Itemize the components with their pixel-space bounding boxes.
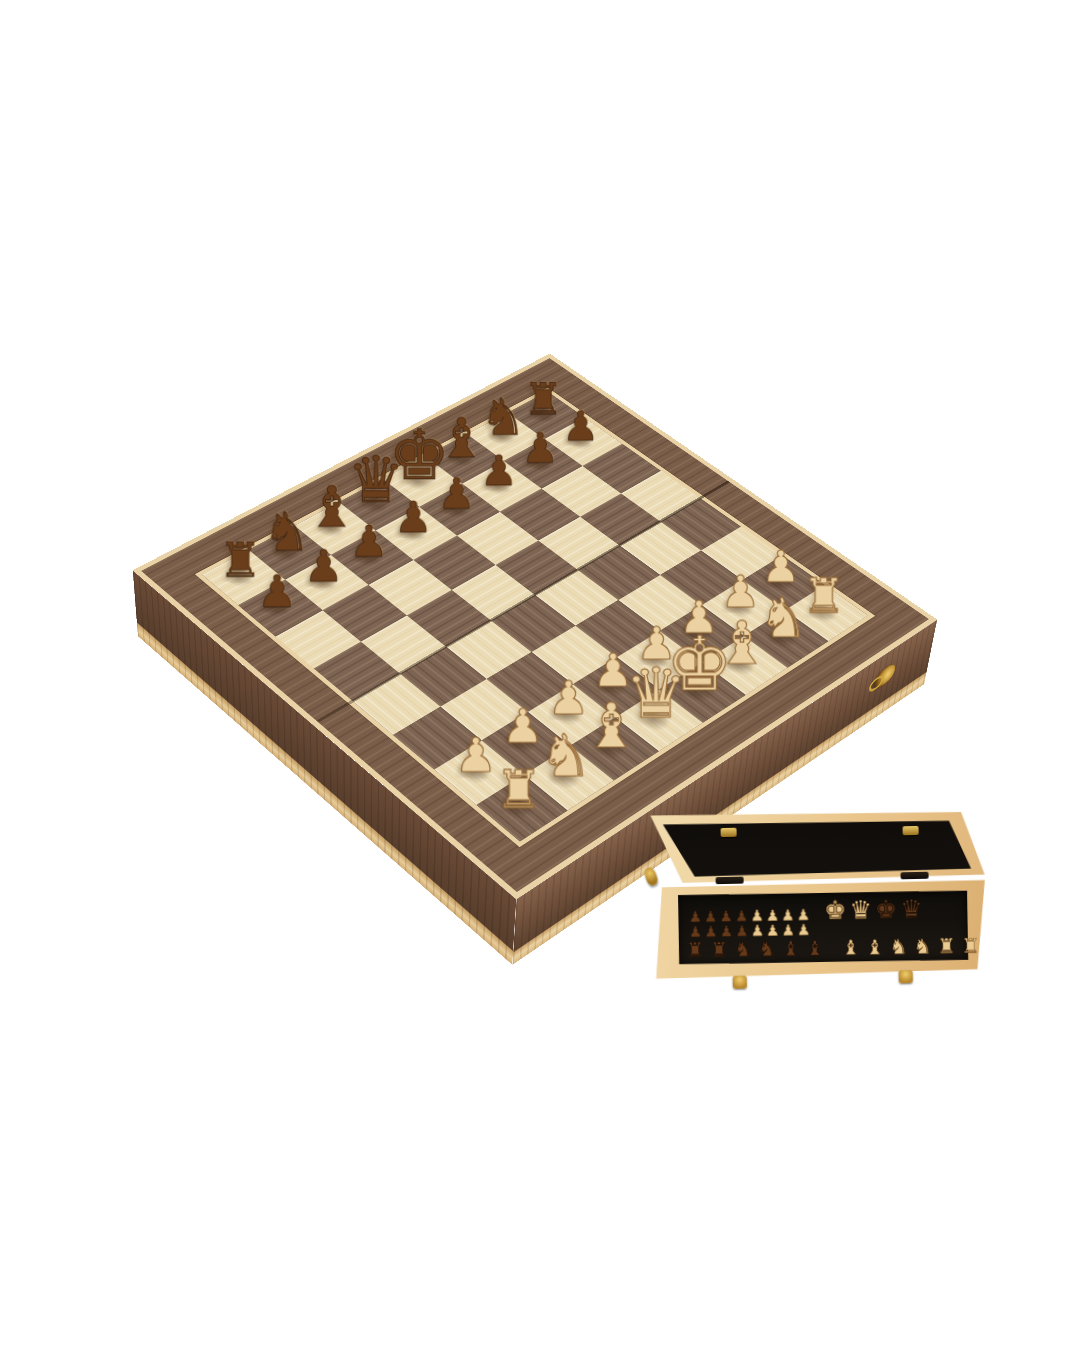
boxed-white-king: ♚ [824, 897, 847, 922]
product-photo: ♜♟♟♜♞♟♟♞♝♟♟♝♚♟♟♚♛♟♟♛♝♟♟♝♞♟♟♞♜♟♟♜ ♟♟♟♟♟♟♟… [0, 0, 1080, 1350]
boxed-black-bishop: ♝ [782, 939, 800, 959]
boxed-white-knight: ♞ [913, 936, 931, 956]
brass-catch-plate-icon [903, 826, 919, 835]
hinge-icon [715, 877, 743, 885]
box-tray-row: ♟♟♟♟♟♟♟♟♚♛♚♛ [688, 896, 926, 925]
brass-clasp-icon [733, 975, 747, 988]
boxed-white-queen: ♛ [849, 897, 872, 922]
boxed-black-king: ♚ [875, 896, 898, 921]
box-piece-tray: ♟♟♟♟♟♟♟♟♚♛♚♛♟♟♟♟♟♟♟♟♜♜♞♞♝♝♝♝♞♞♜♜ [678, 891, 968, 964]
boxed-black-bishop: ♝ [806, 938, 824, 958]
box-tray-row: ♜♜♞♞♝♝♝♝♞♞♜♜ [686, 936, 986, 961]
boxed-white-knight: ♞ [889, 937, 907, 957]
boxed-black-knight: ♞ [734, 939, 752, 959]
brass-side-clasp-icon [643, 866, 659, 887]
boxed-black-knight: ♞ [758, 939, 776, 959]
brass-clasp-icon [898, 970, 912, 983]
boxed-black-rook: ♜ [686, 940, 704, 960]
square-a5 [314, 642, 400, 702]
hinge-icon [900, 872, 928, 880]
brass-clasp-icon [873, 660, 896, 691]
boxed-white-rook: ♜ [961, 936, 979, 956]
boxed-white-bishop: ♝ [842, 938, 860, 958]
boxed-black-queen: ♛ [900, 896, 923, 921]
boxed-white-rook: ♜ [937, 936, 955, 956]
brass-catch-plate-icon [721, 828, 737, 837]
storage-box-inset: ♟♟♟♟♟♟♟♟♚♛♚♛♟♟♟♟♟♟♟♟♜♜♞♞♝♝♝♝♞♞♜♜ [626, 780, 1015, 1014]
boxed-black-rook: ♜ [710, 940, 728, 960]
boxed-white-bishop: ♝ [865, 937, 883, 957]
